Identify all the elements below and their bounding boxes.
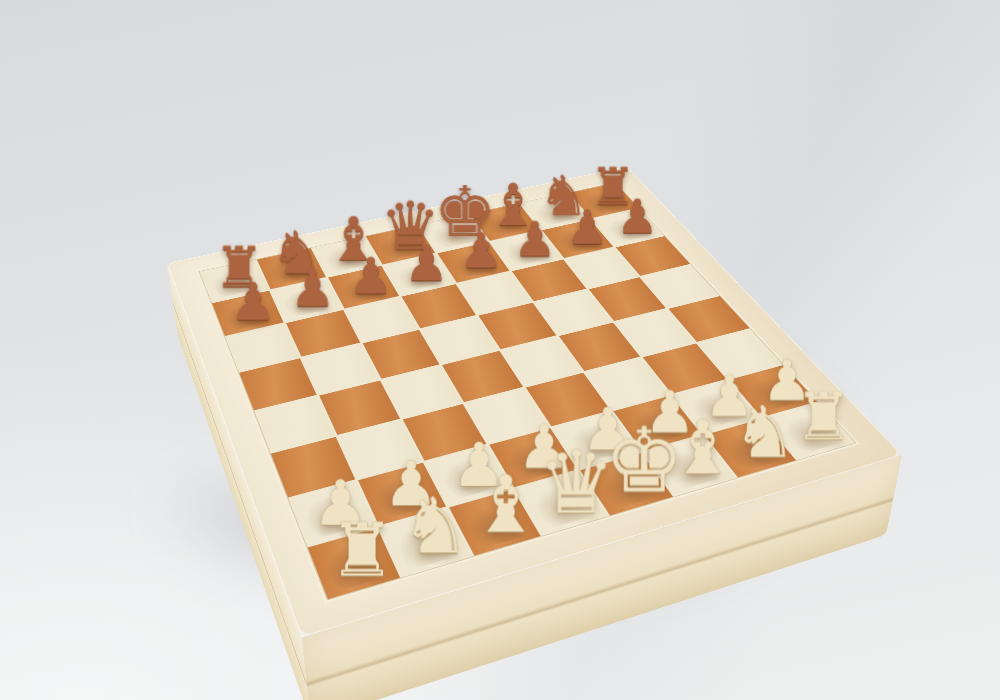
chess-box: ♜♞♝♛♚♝♞♜♟♟♟♟♟♟♟♟♟♟♟♟♟♟♟♟♜♞♝♛♚♝♞♜	[167, 166, 902, 637]
piece-black-pawn: ♟	[453, 229, 509, 274]
piece-white-knight: ♞	[730, 400, 798, 466]
piece-white-queen: ♛	[538, 442, 609, 522]
piece-white-rook: ♜	[791, 387, 858, 448]
piece-black-pawn: ♟	[559, 206, 614, 250]
piece-black-pawn: ♟	[507, 217, 562, 262]
square-a6	[225, 323, 299, 371]
piece-black-pawn: ♟	[223, 279, 282, 327]
piece-white-knight: ♞	[398, 491, 471, 562]
piece-black-pawn: ♟	[398, 241, 455, 287]
photo-scene: ♜♞♝♛♚♝♞♜♟♟♟♟♟♟♟♟♟♟♟♟♟♟♟♟♜♞♝♛♚♝♞♜	[0, 0, 1000, 700]
piece-black-pawn: ♟	[610, 195, 664, 238]
piece-black-pawn: ♟	[283, 266, 342, 313]
piece-white-bishop: ♝	[469, 470, 541, 542]
piece-black-pawn: ♟	[341, 253, 399, 299]
piece-white-rook: ♜	[325, 516, 400, 584]
stage: ♜♞♝♛♚♝♞♜♟♟♟♟♟♟♟♟♟♟♟♟♟♟♟♟♜♞♝♛♚♝♞♜	[0, 0, 1000, 700]
